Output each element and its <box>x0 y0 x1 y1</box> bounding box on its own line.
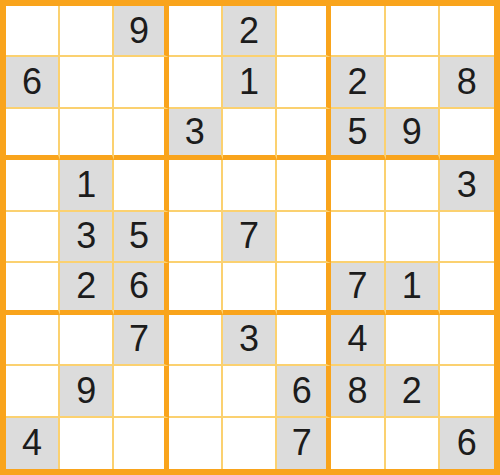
cell-r1c1[interactable] <box>6 6 60 57</box>
cell-r9c7[interactable] <box>331 418 385 469</box>
cell-r9c9[interactable]: 6 <box>440 418 494 469</box>
cell-r5c4[interactable] <box>169 212 223 263</box>
cell-r4c3[interactable] <box>114 160 168 211</box>
cell-r1c2[interactable] <box>60 6 114 57</box>
cell-r7c2[interactable] <box>60 315 114 366</box>
cell-r4c7[interactable] <box>331 160 385 211</box>
cell-r1c6[interactable] <box>277 6 331 57</box>
cell-r9c8[interactable] <box>386 418 440 469</box>
cell-r7c1[interactable] <box>6 315 60 366</box>
cell-r1c7[interactable] <box>331 6 385 57</box>
cell-r5c7[interactable] <box>331 212 385 263</box>
cell-r6c9[interactable] <box>440 263 494 314</box>
cell-r7c7[interactable]: 4 <box>331 315 385 366</box>
cell-r9c6[interactable]: 7 <box>277 418 331 469</box>
cell-r8c4[interactable] <box>169 366 223 417</box>
cell-r8c9[interactable] <box>440 366 494 417</box>
cell-r5c5[interactable]: 7 <box>223 212 277 263</box>
cell-r3c4[interactable]: 3 <box>169 109 223 160</box>
cell-r6c7[interactable]: 7 <box>331 263 385 314</box>
cell-r1c5[interactable]: 2 <box>223 6 277 57</box>
cell-r4c1[interactable] <box>6 160 60 211</box>
cell-r8c3[interactable] <box>114 366 168 417</box>
cell-r3c7[interactable]: 5 <box>331 109 385 160</box>
cell-r3c1[interactable] <box>6 109 60 160</box>
cell-r2c3[interactable] <box>114 57 168 108</box>
cell-r1c4[interactable] <box>169 6 223 57</box>
cell-r5c2[interactable]: 3 <box>60 212 114 263</box>
cell-r8c7[interactable]: 8 <box>331 366 385 417</box>
cell-r2c2[interactable] <box>60 57 114 108</box>
cell-r4c4[interactable] <box>169 160 223 211</box>
cell-r6c6[interactable] <box>277 263 331 314</box>
cell-r5c3[interactable]: 5 <box>114 212 168 263</box>
cell-r5c6[interactable] <box>277 212 331 263</box>
cell-r3c9[interactable] <box>440 109 494 160</box>
cell-r8c1[interactable] <box>6 366 60 417</box>
cell-r1c8[interactable] <box>386 6 440 57</box>
cell-r6c1[interactable] <box>6 263 60 314</box>
cell-r7c5[interactable]: 3 <box>223 315 277 366</box>
cell-r2c9[interactable]: 8 <box>440 57 494 108</box>
cell-r2c6[interactable] <box>277 57 331 108</box>
cell-r5c8[interactable] <box>386 212 440 263</box>
cell-r9c1[interactable]: 4 <box>6 418 60 469</box>
cell-r4c5[interactable] <box>223 160 277 211</box>
cell-r6c5[interactable] <box>223 263 277 314</box>
cell-r2c5[interactable]: 1 <box>223 57 277 108</box>
cell-r7c9[interactable] <box>440 315 494 366</box>
cell-r3c3[interactable] <box>114 109 168 160</box>
cell-r3c6[interactable] <box>277 109 331 160</box>
cell-r9c4[interactable] <box>169 418 223 469</box>
cell-r2c4[interactable] <box>169 57 223 108</box>
cell-r8c6[interactable]: 6 <box>277 366 331 417</box>
cell-r7c8[interactable] <box>386 315 440 366</box>
cell-r2c1[interactable]: 6 <box>6 57 60 108</box>
cell-r7c3[interactable]: 7 <box>114 315 168 366</box>
cell-r8c2[interactable]: 9 <box>60 366 114 417</box>
cell-r3c8[interactable]: 9 <box>386 109 440 160</box>
cell-r3c5[interactable] <box>223 109 277 160</box>
cell-r2c8[interactable] <box>386 57 440 108</box>
cell-r9c5[interactable] <box>223 418 277 469</box>
cell-r6c2[interactable]: 2 <box>60 263 114 314</box>
cell-r4c8[interactable] <box>386 160 440 211</box>
cell-r6c8[interactable]: 1 <box>386 263 440 314</box>
cell-r6c4[interactable] <box>169 263 223 314</box>
cell-r3c2[interactable] <box>60 109 114 160</box>
cell-r7c4[interactable] <box>169 315 223 366</box>
cell-r8c8[interactable]: 2 <box>386 366 440 417</box>
cell-r9c2[interactable] <box>60 418 114 469</box>
cell-r9c3[interactable] <box>114 418 168 469</box>
sudoku-board: 9261283591335726717349682476 <box>0 0 500 475</box>
cell-r2c7[interactable]: 2 <box>331 57 385 108</box>
cell-r6c3[interactable]: 6 <box>114 263 168 314</box>
cell-r1c9[interactable] <box>440 6 494 57</box>
cell-r5c9[interactable] <box>440 212 494 263</box>
cell-r1c3[interactable]: 9 <box>114 6 168 57</box>
cell-r5c1[interactable] <box>6 212 60 263</box>
cell-r4c9[interactable]: 3 <box>440 160 494 211</box>
cell-r4c6[interactable] <box>277 160 331 211</box>
cell-r4c2[interactable]: 1 <box>60 160 114 211</box>
cell-r7c6[interactable] <box>277 315 331 366</box>
cell-r8c5[interactable] <box>223 366 277 417</box>
